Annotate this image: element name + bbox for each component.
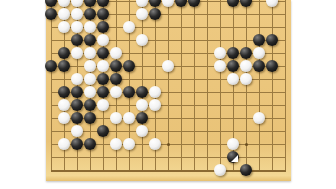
board-point[interactable]	[227, 60, 240, 73]
board-point[interactable]	[123, 21, 136, 34]
go-board[interactable]	[46, 0, 291, 181]
board-point[interactable]	[84, 21, 97, 34]
board-point[interactable]	[214, 47, 227, 60]
board-point[interactable]	[149, 86, 162, 99]
board-point[interactable]	[162, 0, 175, 8]
board-point[interactable]	[149, 8, 162, 21]
white-stone[interactable]	[136, 0, 148, 7]
white-stone[interactable]	[227, 138, 239, 150]
board-point[interactable]	[45, 8, 58, 21]
board-point[interactable]	[227, 0, 240, 8]
grid-vline	[194, 0, 195, 171]
black-stone[interactable]	[240, 164, 252, 176]
white-stone[interactable]	[84, 60, 96, 72]
board-point[interactable]	[58, 138, 71, 151]
board-point[interactable]	[84, 138, 97, 151]
white-stone[interactable]	[266, 0, 278, 7]
board-point[interactable]	[110, 60, 123, 73]
black-stone[interactable]	[45, 60, 57, 72]
black-stone[interactable]	[266, 34, 278, 46]
board-point[interactable]	[227, 47, 240, 60]
black-stone[interactable]	[266, 60, 278, 72]
black-stone[interactable]	[97, 21, 109, 33]
board-point[interactable]	[227, 138, 240, 151]
star-point	[167, 143, 170, 146]
black-stone[interactable]	[123, 60, 135, 72]
white-stone[interactable]	[214, 60, 226, 72]
white-stone[interactable]	[97, 34, 109, 46]
board-point[interactable]	[84, 99, 97, 112]
board-point[interactable]	[266, 60, 279, 73]
board-point[interactable]	[71, 99, 84, 112]
black-stone[interactable]	[71, 138, 83, 150]
board-point[interactable]	[110, 47, 123, 60]
board-point[interactable]	[136, 99, 149, 112]
black-stone-last-move[interactable]	[227, 151, 239, 163]
white-stone[interactable]	[136, 99, 148, 111]
black-stone[interactable]	[71, 112, 83, 124]
board-point[interactable]	[188, 0, 201, 8]
board-point[interactable]	[97, 34, 110, 47]
white-stone[interactable]	[110, 47, 122, 59]
board-point[interactable]	[240, 0, 253, 8]
black-stone[interactable]	[84, 8, 96, 20]
white-stone[interactable]	[84, 86, 96, 98]
black-stone[interactable]	[97, 8, 109, 20]
board-point[interactable]	[110, 138, 123, 151]
black-stone[interactable]	[84, 34, 96, 46]
board-point[interactable]	[123, 138, 136, 151]
board-point[interactable]	[240, 73, 253, 86]
white-stone[interactable]	[58, 99, 70, 111]
black-stone[interactable]	[84, 99, 96, 111]
white-stone[interactable]	[136, 125, 148, 137]
black-stone[interactable]	[110, 73, 122, 85]
white-stone[interactable]	[71, 125, 83, 137]
board-point[interactable]	[149, 138, 162, 151]
black-stone[interactable]	[97, 0, 109, 7]
board-point[interactable]	[71, 73, 84, 86]
black-stone[interactable]	[97, 47, 109, 59]
white-stone[interactable]	[149, 86, 161, 98]
black-stone[interactable]	[97, 125, 109, 137]
board-point[interactable]	[45, 60, 58, 73]
white-stone[interactable]	[123, 138, 135, 150]
black-stone[interactable]	[84, 138, 96, 150]
board-point[interactable]	[149, 99, 162, 112]
board-point[interactable]	[240, 47, 253, 60]
board-point[interactable]	[71, 86, 84, 99]
black-stone[interactable]	[227, 0, 239, 7]
white-stone[interactable]	[71, 73, 83, 85]
black-stone[interactable]	[71, 34, 83, 46]
board-point[interactable]	[253, 112, 266, 125]
white-stone[interactable]	[71, 47, 83, 59]
white-stone[interactable]	[162, 60, 174, 72]
grid-vline	[259, 0, 260, 171]
board-point[interactable]	[84, 47, 97, 60]
black-stone[interactable]	[136, 112, 148, 124]
board-point[interactable]	[214, 164, 227, 177]
star-point	[245, 143, 248, 146]
board-point[interactable]	[123, 60, 136, 73]
last-move-marker-icon	[231, 155, 238, 162]
board-point[interactable]	[58, 86, 71, 99]
white-stone[interactable]	[110, 112, 122, 124]
board-point[interactable]	[97, 125, 110, 138]
board-point[interactable]	[97, 86, 110, 99]
black-stone[interactable]	[227, 47, 239, 59]
board-point[interactable]	[71, 34, 84, 47]
board-point[interactable]	[227, 73, 240, 86]
black-stone[interactable]	[123, 86, 135, 98]
board-point[interactable]	[123, 86, 136, 99]
white-stone[interactable]	[71, 21, 83, 33]
white-stone[interactable]	[58, 112, 70, 124]
board-point[interactable]	[84, 73, 97, 86]
board-point[interactable]	[97, 47, 110, 60]
board-point[interactable]	[45, 0, 58, 8]
grid-vline	[181, 0, 182, 171]
black-stone[interactable]	[97, 73, 109, 85]
white-stone[interactable]	[110, 86, 122, 98]
board-point[interactable]	[253, 60, 266, 73]
board-point[interactable]	[71, 21, 84, 34]
white-stone[interactable]	[97, 60, 109, 72]
white-stone[interactable]	[253, 112, 265, 124]
board-point[interactable]	[84, 8, 97, 21]
black-stone[interactable]	[240, 0, 252, 7]
white-stone[interactable]	[149, 138, 161, 150]
black-stone[interactable]	[58, 86, 70, 98]
black-stone[interactable]	[71, 86, 83, 98]
board-point[interactable]	[110, 112, 123, 125]
white-stone[interactable]	[84, 73, 96, 85]
board-point[interactable]	[58, 112, 71, 125]
white-stone[interactable]	[84, 47, 96, 59]
board-point[interactable]	[84, 60, 97, 73]
board-point[interactable]	[136, 112, 149, 125]
board-point[interactable]	[58, 0, 71, 8]
board-point[interactable]	[97, 73, 110, 86]
black-stone[interactable]	[253, 34, 265, 46]
black-stone[interactable]	[58, 60, 70, 72]
black-stone[interactable]	[97, 86, 109, 98]
board-point[interactable]	[136, 0, 149, 8]
board-point[interactable]	[71, 47, 84, 60]
black-stone[interactable]	[253, 60, 265, 72]
board-point[interactable]	[110, 73, 123, 86]
black-stone[interactable]	[188, 0, 200, 7]
board-point[interactable]	[136, 125, 149, 138]
black-stone[interactable]	[84, 112, 96, 124]
grid-hline	[51, 131, 286, 132]
board-point[interactable]	[162, 60, 175, 73]
white-stone[interactable]	[240, 73, 252, 85]
board-point[interactable]	[97, 21, 110, 34]
white-stone[interactable]	[97, 99, 109, 111]
black-stone[interactable]	[227, 60, 239, 72]
white-stone[interactable]	[71, 8, 83, 20]
grid-vline	[220, 0, 221, 171]
white-stone[interactable]	[240, 60, 252, 72]
board-point[interactable]	[84, 34, 97, 47]
board-point[interactable]	[71, 8, 84, 21]
board-point[interactable]	[84, 112, 97, 125]
page-background	[0, 0, 336, 189]
board-point[interactable]	[123, 112, 136, 125]
board-point[interactable]	[240, 164, 253, 177]
board-point[interactable]	[58, 60, 71, 73]
white-stone[interactable]	[136, 34, 148, 46]
grid-vline	[207, 0, 208, 171]
white-stone[interactable]	[71, 0, 83, 7]
board-point[interactable]	[136, 34, 149, 47]
white-stone[interactable]	[136, 8, 148, 20]
grid-hline	[51, 157, 286, 158]
board-point[interactable]	[253, 34, 266, 47]
board-point[interactable]	[240, 60, 253, 73]
white-stone[interactable]	[58, 0, 70, 7]
board-point[interactable]	[214, 60, 227, 73]
white-stone[interactable]	[110, 138, 122, 150]
black-stone[interactable]	[45, 0, 57, 7]
board-point[interactable]	[58, 8, 71, 21]
board-point[interactable]	[84, 0, 97, 8]
board-point[interactable]	[253, 47, 266, 60]
white-stone[interactable]	[162, 0, 174, 7]
board-point[interactable]	[227, 151, 240, 164]
board-point[interactable]	[97, 0, 110, 8]
white-stone[interactable]	[253, 47, 265, 59]
board-point[interactable]	[110, 86, 123, 99]
board-point[interactable]	[71, 125, 84, 138]
board-point[interactable]	[266, 0, 279, 8]
board-point[interactable]	[97, 99, 110, 112]
white-stone[interactable]	[227, 73, 239, 85]
black-stone[interactable]	[71, 99, 83, 111]
board-point[interactable]	[71, 112, 84, 125]
white-stone[interactable]	[214, 47, 226, 59]
white-stone[interactable]	[58, 21, 70, 33]
white-stone[interactable]	[149, 99, 161, 111]
white-stone[interactable]	[84, 21, 96, 33]
black-stone[interactable]	[58, 47, 70, 59]
board-point[interactable]	[84, 86, 97, 99]
board-point[interactable]	[136, 86, 149, 99]
black-stone[interactable]	[136, 86, 148, 98]
white-stone[interactable]	[58, 8, 70, 20]
black-stone[interactable]	[175, 0, 187, 7]
board-point[interactable]	[58, 47, 71, 60]
board-point[interactable]	[97, 60, 110, 73]
board-point[interactable]	[58, 99, 71, 112]
black-stone[interactable]	[149, 8, 161, 20]
board-point[interactable]	[71, 0, 84, 8]
grid-vline	[285, 0, 286, 171]
white-stone[interactable]	[123, 21, 135, 33]
white-stone[interactable]	[214, 164, 226, 176]
board-point[interactable]	[58, 21, 71, 34]
board-point[interactable]	[175, 0, 188, 8]
black-stone[interactable]	[149, 0, 161, 7]
white-stone[interactable]	[123, 112, 135, 124]
white-stone[interactable]	[58, 138, 70, 150]
board-point[interactable]	[97, 8, 110, 21]
black-stone[interactable]	[84, 0, 96, 7]
board-point[interactable]	[71, 138, 84, 151]
grid-vline	[272, 0, 273, 171]
board-point[interactable]	[136, 8, 149, 21]
black-stone[interactable]	[110, 60, 122, 72]
black-stone[interactable]	[45, 8, 57, 20]
black-stone[interactable]	[240, 47, 252, 59]
board-point[interactable]	[149, 0, 162, 8]
grid-vline	[51, 0, 52, 171]
board-point[interactable]	[266, 34, 279, 47]
